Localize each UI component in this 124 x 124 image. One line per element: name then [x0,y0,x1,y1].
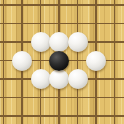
black-stone [49,51,69,71]
grid-line-vertical [40,0,41,124]
white-stone [68,69,88,89]
white-stone [49,32,69,52]
grid-line-horizontal [0,97,124,98]
grid-line-vertical [114,0,115,124]
grid-line-vertical [77,0,78,124]
grid-line-vertical [3,0,4,124]
go-board[interactable] [0,0,124,124]
white-stone [86,51,106,71]
white-stone [31,69,51,89]
screenshot [0,0,124,124]
white-stone [31,32,51,52]
grid-line-horizontal [0,23,124,24]
white-stone [12,51,32,71]
white-stone [68,32,88,52]
white-stone [49,69,69,89]
grid-line-horizontal [0,115,124,116]
grid-line-horizontal [0,4,124,5]
